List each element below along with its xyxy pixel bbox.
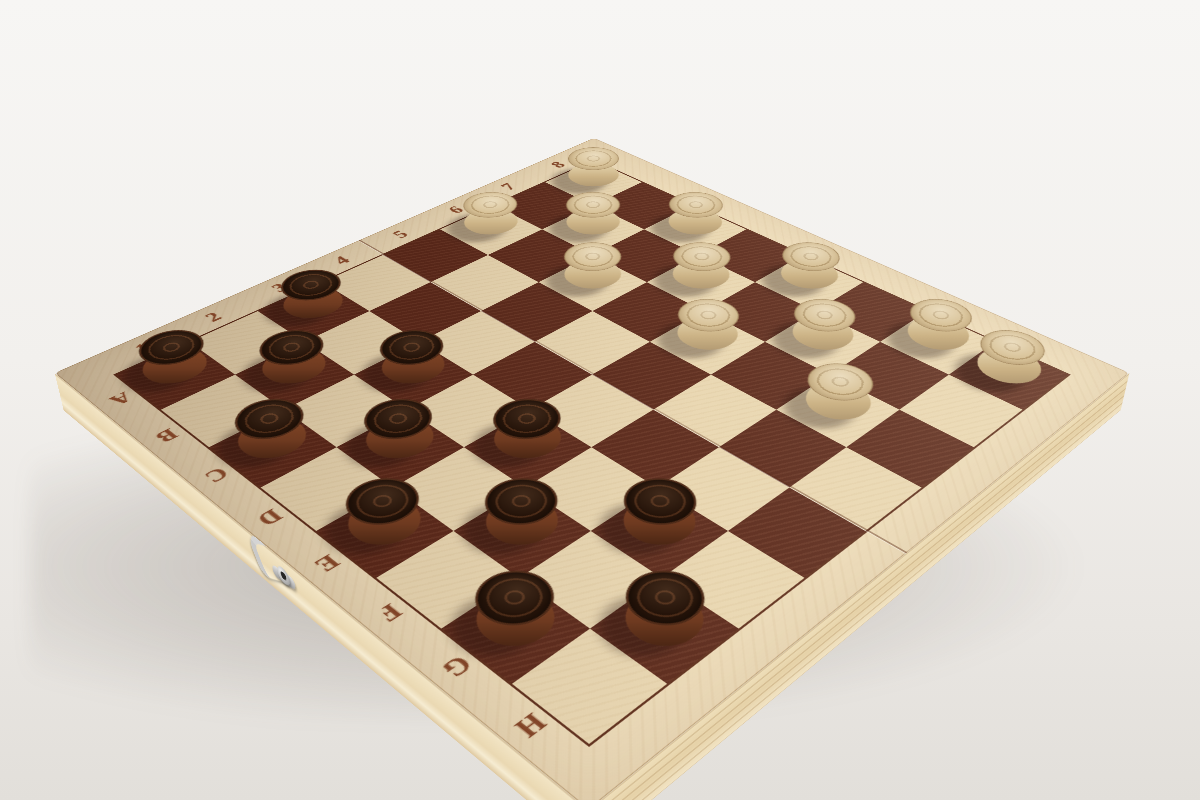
- board-top-surface: 12345678ABCDEFGH: [55, 138, 1130, 800]
- square-h7[interactable]: [899, 375, 1022, 448]
- scene: 12345678ABCDEFGH: [0, 0, 1200, 800]
- square-h4[interactable]: [728, 488, 865, 578]
- checkers-board: 12345678ABCDEFGH: [55, 138, 1130, 800]
- square-h6[interactable]: [846, 410, 973, 488]
- square-f4[interactable]: [591, 410, 718, 488]
- square-f5[interactable]: [653, 375, 776, 448]
- square-h5[interactable]: [789, 447, 921, 531]
